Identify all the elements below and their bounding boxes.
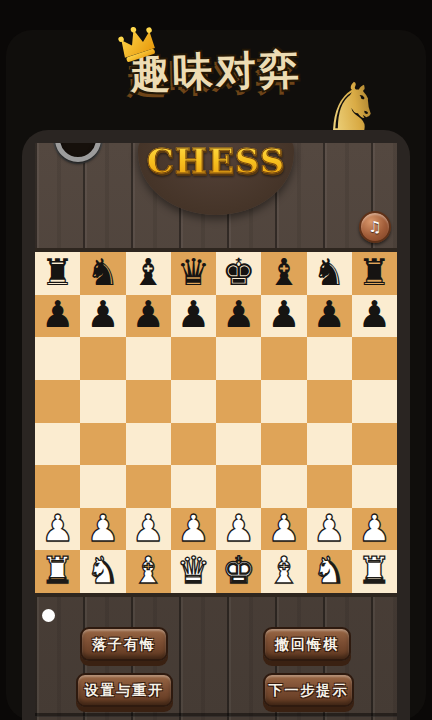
music-note-icon: ♫ [368, 218, 381, 236]
square-f8[interactable]: ♝ [261, 252, 306, 295]
piece-white-p[interactable]: ♟ [86, 510, 119, 547]
square-f6[interactable] [261, 337, 306, 380]
piece-white-p[interactable]: ♟ [177, 510, 210, 547]
square-f2[interactable]: ♟ [261, 508, 306, 551]
piece-black-k[interactable]: ♚ [222, 254, 255, 291]
square-a5[interactable] [35, 380, 80, 423]
square-d3[interactable] [171, 465, 216, 508]
piece-white-b[interactable]: ♝ [267, 552, 300, 589]
app-screen: 趣味对弈 ♞ CHESS ♫ ♜♞♝♛♚♝♞♜♟♟♟♟♟♟♟♟♟♟♟♟♟♟♟♟♜… [0, 0, 432, 720]
game-panel: CHESS ♫ ♜♞♝♛♚♝♞♜♟♟♟♟♟♟♟♟♟♟♟♟♟♟♟♟♜♞♝♛♚♝♞♜… [22, 130, 410, 720]
piece-white-k[interactable]: ♚ [222, 552, 255, 589]
metal-ring-decoration [55, 143, 101, 162]
square-h6[interactable] [352, 337, 397, 380]
square-h2[interactable]: ♟ [352, 508, 397, 551]
piece-white-q[interactable]: ♛ [177, 552, 210, 589]
square-d8[interactable]: ♛ [171, 252, 216, 295]
piece-black-n[interactable]: ♞ [313, 254, 346, 291]
square-f5[interactable] [261, 380, 306, 423]
square-a2[interactable]: ♟ [35, 508, 80, 551]
piece-white-n[interactable]: ♞ [86, 552, 119, 589]
square-h1[interactable]: ♜ [352, 550, 397, 593]
square-c7[interactable]: ♟ [126, 295, 171, 338]
piece-black-p[interactable]: ♟ [86, 296, 119, 333]
square-h8[interactable]: ♜ [352, 252, 397, 295]
page-title: 趣味对弈 [0, 38, 432, 104]
square-a8[interactable]: ♜ [35, 252, 80, 295]
square-a4[interactable] [35, 423, 80, 466]
square-e6[interactable] [216, 337, 261, 380]
square-g8[interactable]: ♞ [307, 252, 352, 295]
piece-black-b[interactable]: ♝ [132, 254, 165, 291]
square-b8[interactable]: ♞ [80, 252, 125, 295]
square-b2[interactable]: ♟ [80, 508, 125, 551]
chess-board-frame: ♜♞♝♛♚♝♞♜♟♟♟♟♟♟♟♟♟♟♟♟♟♟♟♟♜♞♝♛♚♝♞♜ [35, 248, 397, 597]
square-f4[interactable] [261, 423, 306, 466]
square-e5[interactable] [216, 380, 261, 423]
piece-black-p[interactable]: ♟ [267, 296, 300, 333]
music-toggle-button[interactable]: ♫ [359, 211, 391, 243]
square-h5[interactable] [352, 380, 397, 423]
piece-black-p[interactable]: ♟ [222, 296, 255, 333]
piece-black-p[interactable]: ♟ [358, 296, 391, 333]
square-g4[interactable] [307, 423, 352, 466]
square-d4[interactable] [171, 423, 216, 466]
square-c5[interactable] [126, 380, 171, 423]
piece-white-b[interactable]: ♝ [132, 552, 165, 589]
square-c8[interactable]: ♝ [126, 252, 171, 295]
square-c2[interactable]: ♟ [126, 508, 171, 551]
next-move-hint-button[interactable]: 下一步提示 [263, 673, 354, 707]
square-e4[interactable] [216, 423, 261, 466]
square-c1[interactable]: ♝ [126, 550, 171, 593]
square-b7[interactable]: ♟ [80, 295, 125, 338]
chess-logo-plaque: CHESS [138, 143, 294, 215]
square-b5[interactable] [80, 380, 125, 423]
square-g2[interactable]: ♟ [307, 508, 352, 551]
piece-white-p[interactable]: ♟ [41, 510, 74, 547]
square-g5[interactable] [307, 380, 352, 423]
square-c4[interactable] [126, 423, 171, 466]
chess-board: ♜♞♝♛♚♝♞♜♟♟♟♟♟♟♟♟♟♟♟♟♟♟♟♟♜♞♝♛♚♝♞♜ [35, 252, 397, 593]
square-e8[interactable]: ♚ [216, 252, 261, 295]
square-c3[interactable] [126, 465, 171, 508]
piece-white-p[interactable]: ♟ [313, 510, 346, 547]
piece-white-r[interactable]: ♜ [41, 552, 74, 589]
square-a1[interactable]: ♜ [35, 550, 80, 593]
square-e2[interactable]: ♟ [216, 508, 261, 551]
square-b4[interactable] [80, 423, 125, 466]
square-g7[interactable]: ♟ [307, 295, 352, 338]
piece-black-r[interactable]: ♜ [358, 254, 391, 291]
piece-white-p[interactable]: ♟ [222, 510, 255, 547]
square-a3[interactable] [35, 465, 80, 508]
square-d5[interactable] [171, 380, 216, 423]
piece-black-p[interactable]: ♟ [177, 296, 210, 333]
square-d7[interactable]: ♟ [171, 295, 216, 338]
piece-black-q[interactable]: ♛ [177, 254, 210, 291]
allow-takeback-button[interactable]: 落子有悔 [80, 627, 168, 661]
square-g1[interactable]: ♞ [307, 550, 352, 593]
square-g3[interactable] [307, 465, 352, 508]
piece-white-p[interactable]: ♟ [358, 510, 391, 547]
square-f1[interactable]: ♝ [261, 550, 306, 593]
square-h7[interactable]: ♟ [352, 295, 397, 338]
square-e7[interactable]: ♟ [216, 295, 261, 338]
square-h3[interactable] [352, 465, 397, 508]
piece-white-n[interactable]: ♞ [313, 552, 346, 589]
piece-black-p[interactable]: ♟ [313, 296, 346, 333]
square-e3[interactable] [216, 465, 261, 508]
settings-restart-button[interactable]: 设置与重开 [76, 673, 173, 707]
square-c6[interactable] [126, 337, 171, 380]
piece-black-r[interactable]: ♜ [41, 254, 74, 291]
piece-black-p[interactable]: ♟ [132, 296, 165, 333]
square-a6[interactable] [35, 337, 80, 380]
square-a7[interactable]: ♟ [35, 295, 80, 338]
turn-indicator-dot [42, 609, 55, 622]
square-e1[interactable]: ♚ [216, 550, 261, 593]
piece-white-p[interactable]: ♟ [132, 510, 165, 547]
square-d1[interactable]: ♛ [171, 550, 216, 593]
square-h4[interactable] [352, 423, 397, 466]
square-d2[interactable]: ♟ [171, 508, 216, 551]
square-f7[interactable]: ♟ [261, 295, 306, 338]
piece-black-n[interactable]: ♞ [86, 254, 119, 291]
square-d6[interactable] [171, 337, 216, 380]
piece-white-r[interactable]: ♜ [358, 552, 391, 589]
chess-logo-text: CHESS [138, 143, 294, 181]
square-b3[interactable] [80, 465, 125, 508]
piece-black-p[interactable]: ♟ [41, 296, 74, 333]
square-g6[interactable] [307, 337, 352, 380]
square-b6[interactable] [80, 337, 125, 380]
undo-takeback-button[interactable]: 撤回悔棋 [263, 627, 351, 661]
square-f3[interactable] [261, 465, 306, 508]
piece-white-p[interactable]: ♟ [267, 510, 300, 547]
piece-black-b[interactable]: ♝ [267, 254, 300, 291]
square-b1[interactable]: ♞ [80, 550, 125, 593]
wood-background: CHESS ♫ ♜♞♝♛♚♝♞♜♟♟♟♟♟♟♟♟♟♟♟♟♟♟♟♟♜♞♝♛♚♝♞♜… [35, 143, 397, 720]
